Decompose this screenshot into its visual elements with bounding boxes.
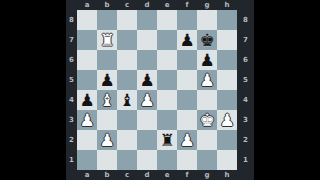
- square-h6[interactable]: [217, 50, 237, 70]
- square-c1[interactable]: [117, 150, 137, 170]
- square-d6[interactable]: [137, 50, 157, 70]
- square-h8[interactable]: [217, 10, 237, 30]
- square-d4[interactable]: ♟: [137, 90, 157, 110]
- square-f5[interactable]: [177, 70, 197, 90]
- rank-label-6: 6: [66, 50, 77, 70]
- piece-black-pawn: ♟: [79, 91, 94, 108]
- square-e3[interactable]: [157, 110, 177, 130]
- piece-white-rook: ♜: [99, 31, 114, 48]
- square-d1[interactable]: [137, 150, 157, 170]
- rank-label-7: 7: [237, 30, 254, 50]
- file-label-g: g: [197, 0, 217, 10]
- rank-label-1: 1: [237, 150, 254, 170]
- square-b2[interactable]: ♟: [97, 130, 117, 150]
- piece-white-pawn: ♟: [79, 111, 94, 128]
- file-label-f: f: [177, 170, 197, 180]
- square-h7[interactable]: [217, 30, 237, 50]
- chess-board[interactable]: ♜♟♚♟♟♟♟♟♝♝♟♟♚♟♟♜♟: [77, 10, 237, 170]
- square-a8[interactable]: [77, 10, 97, 30]
- file-labels-top: abcdefgh: [77, 0, 237, 10]
- square-f7[interactable]: ♟: [177, 30, 197, 50]
- square-c3[interactable]: [117, 110, 137, 130]
- rank-label-3: 3: [66, 110, 77, 130]
- square-a3[interactable]: ♟: [77, 110, 97, 130]
- square-d5[interactable]: ♟: [137, 70, 157, 90]
- piece-white-pawn: ♟: [99, 131, 114, 148]
- square-g7[interactable]: ♚: [197, 30, 217, 50]
- piece-white-pawn: ♟: [199, 71, 214, 88]
- file-label-e: e: [157, 170, 177, 180]
- square-g5[interactable]: ♟: [197, 70, 217, 90]
- square-f1[interactable]: [177, 150, 197, 170]
- square-e2[interactable]: ♜: [157, 130, 177, 150]
- square-e1[interactable]: [157, 150, 177, 170]
- square-f2[interactable]: ♟: [177, 130, 197, 150]
- rank-label-8: 8: [237, 10, 254, 30]
- piece-black-pawn: ♟: [179, 31, 194, 48]
- square-a1[interactable]: [77, 150, 97, 170]
- file-label-f: f: [177, 0, 197, 10]
- piece-black-king: ♚: [199, 31, 214, 48]
- square-h3[interactable]: ♟: [217, 110, 237, 130]
- square-f3[interactable]: [177, 110, 197, 130]
- square-e4[interactable]: [157, 90, 177, 110]
- chess-diagram: abcdefgh 87654321 ♜♟♚♟♟♟♟♟♝♝♟♟♚♟♟♜♟ 8765…: [66, 0, 254, 180]
- square-c5[interactable]: [117, 70, 137, 90]
- square-b6[interactable]: [97, 50, 117, 70]
- file-label-e: e: [157, 0, 177, 10]
- rank-label-8: 8: [66, 10, 77, 30]
- piece-black-pawn: ♟: [139, 71, 154, 88]
- rank-label-1: 1: [66, 150, 77, 170]
- square-g8[interactable]: [197, 10, 217, 30]
- square-g3[interactable]: ♚: [197, 110, 217, 130]
- square-h1[interactable]: [217, 150, 237, 170]
- square-f4[interactable]: [177, 90, 197, 110]
- square-c6[interactable]: [117, 50, 137, 70]
- rank-label-3: 3: [237, 110, 254, 130]
- piece-white-pawn: ♟: [179, 131, 194, 148]
- square-d2[interactable]: [137, 130, 157, 150]
- piece-white-pawn: ♟: [139, 91, 154, 108]
- square-c2[interactable]: [117, 130, 137, 150]
- rank-labels-left: 87654321: [66, 10, 77, 170]
- square-a4[interactable]: ♟: [77, 90, 97, 110]
- square-e8[interactable]: [157, 10, 177, 30]
- square-c7[interactable]: [117, 30, 137, 50]
- file-label-g: g: [197, 170, 217, 180]
- square-d8[interactable]: [137, 10, 157, 30]
- file-label-d: d: [137, 170, 157, 180]
- square-d7[interactable]: [137, 30, 157, 50]
- rank-label-4: 4: [237, 90, 254, 110]
- square-h5[interactable]: [217, 70, 237, 90]
- file-label-b: b: [97, 0, 117, 10]
- square-c8[interactable]: [117, 10, 137, 30]
- video-frame: abcdefgh 87654321 ♜♟♚♟♟♟♟♟♝♝♟♟♚♟♟♜♟ 8765…: [0, 0, 320, 180]
- square-b7[interactable]: ♜: [97, 30, 117, 50]
- file-label-a: a: [77, 170, 97, 180]
- file-label-h: h: [217, 170, 237, 180]
- square-b1[interactable]: [97, 150, 117, 170]
- square-b4[interactable]: ♝: [97, 90, 117, 110]
- square-c4[interactable]: ♝: [117, 90, 137, 110]
- file-label-a: a: [77, 0, 97, 10]
- square-g6[interactable]: ♟: [197, 50, 217, 70]
- square-a6[interactable]: [77, 50, 97, 70]
- square-d3[interactable]: [137, 110, 157, 130]
- square-g1[interactable]: [197, 150, 217, 170]
- square-h4[interactable]: [217, 90, 237, 110]
- rank-label-2: 2: [66, 130, 77, 150]
- rank-label-2: 2: [237, 130, 254, 150]
- file-labels-bottom: abcdefgh: [77, 170, 237, 180]
- square-g2[interactable]: [197, 130, 217, 150]
- piece-white-pawn: ♟: [219, 111, 234, 128]
- file-label-c: c: [117, 170, 137, 180]
- square-b8[interactable]: [97, 10, 117, 30]
- file-label-d: d: [137, 0, 157, 10]
- piece-black-pawn: ♟: [99, 71, 114, 88]
- square-h2[interactable]: [217, 130, 237, 150]
- piece-black-pawn: ♟: [199, 51, 214, 68]
- file-label-h: h: [217, 0, 237, 10]
- rank-labels-right: 87654321: [237, 10, 254, 170]
- rank-label-7: 7: [66, 30, 77, 50]
- square-b3[interactable]: [97, 110, 117, 130]
- piece-white-king: ♚: [199, 111, 214, 128]
- piece-white-bishop: ♝: [99, 91, 114, 108]
- square-b5[interactable]: ♟: [97, 70, 117, 90]
- square-f8[interactable]: [177, 10, 197, 30]
- rank-label-5: 5: [237, 70, 254, 90]
- square-a2[interactable]: [77, 130, 97, 150]
- file-label-c: c: [117, 0, 137, 10]
- square-f6[interactable]: [177, 50, 197, 70]
- piece-black-bishop: ♝: [119, 91, 134, 108]
- square-a7[interactable]: [77, 30, 97, 50]
- rank-label-6: 6: [237, 50, 254, 70]
- rank-label-4: 4: [66, 90, 77, 110]
- rank-label-5: 5: [66, 70, 77, 90]
- square-e6[interactable]: [157, 50, 177, 70]
- square-a5[interactable]: [77, 70, 97, 90]
- square-g4[interactable]: [197, 90, 217, 110]
- square-e7[interactable]: [157, 30, 177, 50]
- file-label-b: b: [97, 170, 117, 180]
- piece-black-rook: ♜: [159, 131, 174, 148]
- square-e5[interactable]: [157, 70, 177, 90]
